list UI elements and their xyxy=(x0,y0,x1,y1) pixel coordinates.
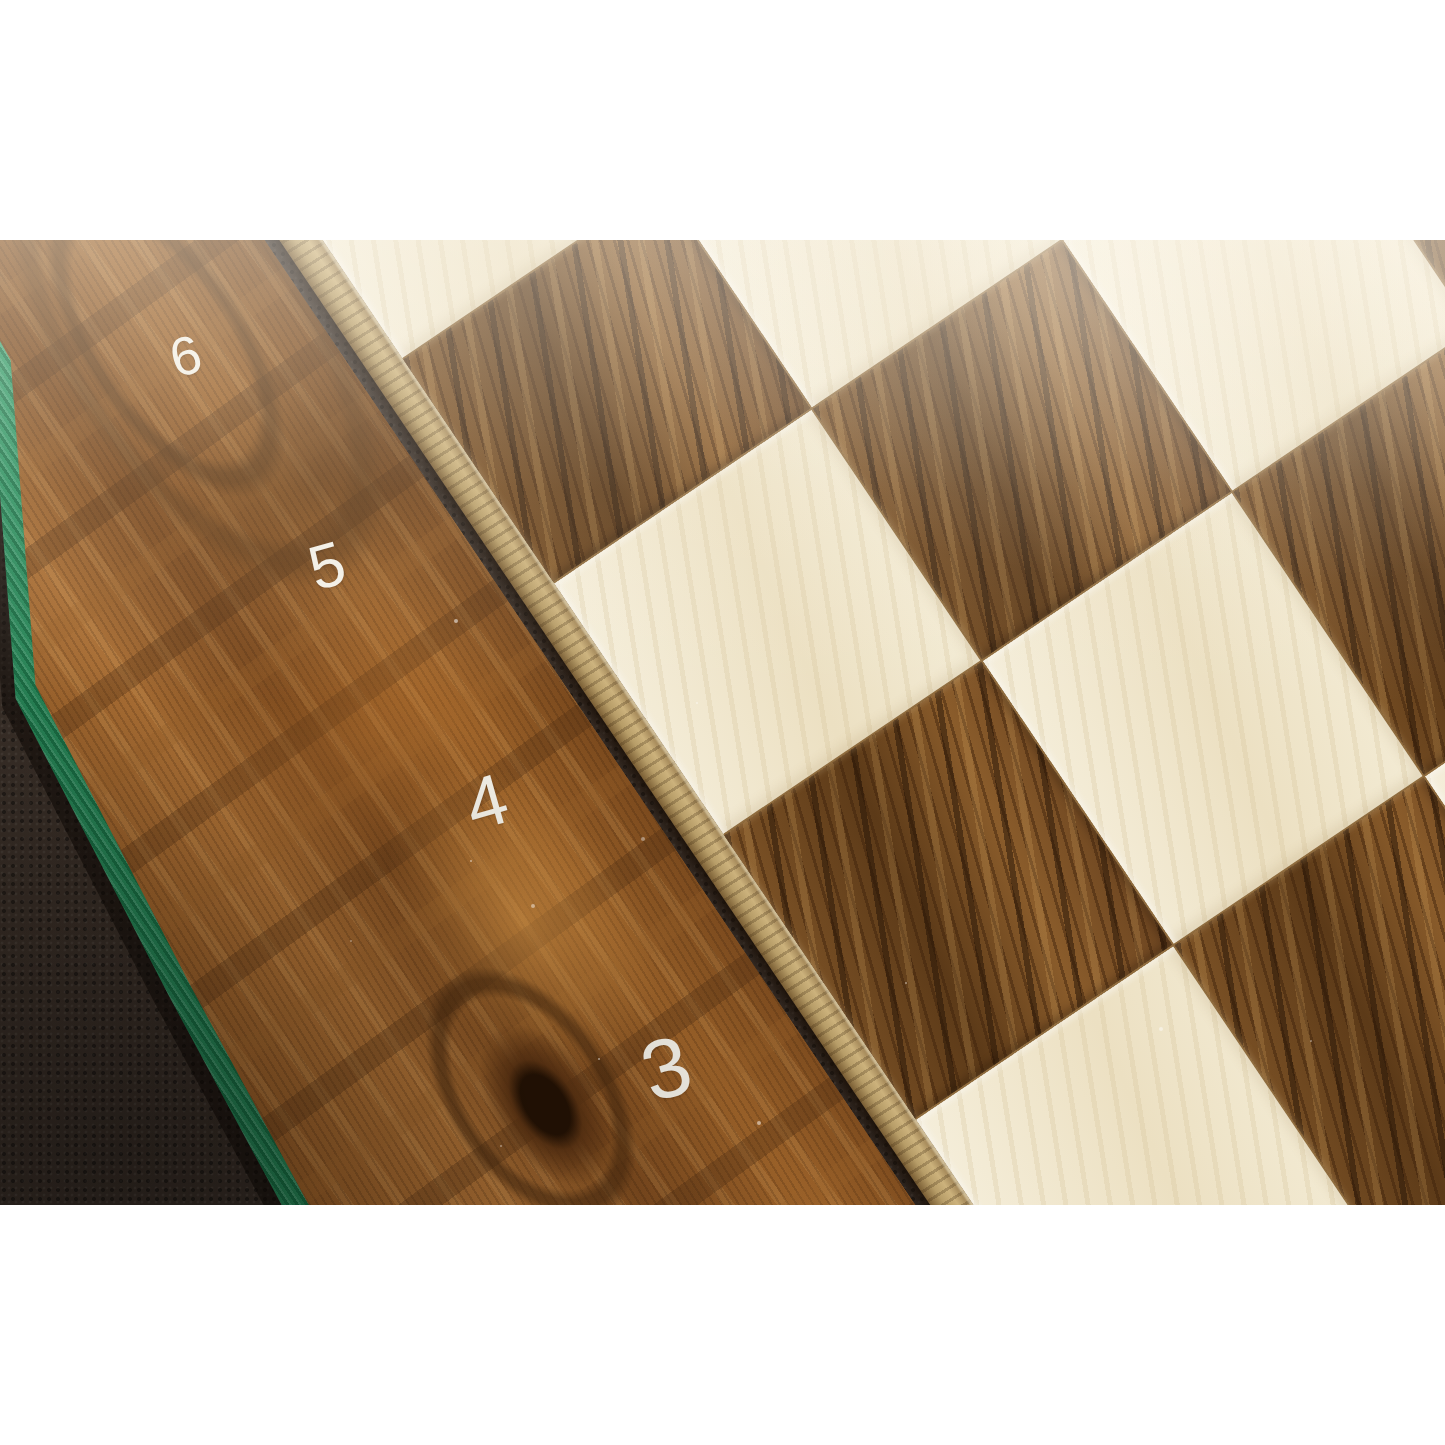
rank-label-4: 4 xyxy=(456,756,518,846)
rank-label-5: 5 xyxy=(301,526,355,604)
rank-label-3: 3 xyxy=(630,1015,703,1121)
board-photo: 87654321 xyxy=(0,240,1445,1205)
rank-label-6: 6 xyxy=(162,321,209,389)
dust-specks xyxy=(0,240,2,242)
chess-board: 87654321 xyxy=(0,240,1445,1205)
